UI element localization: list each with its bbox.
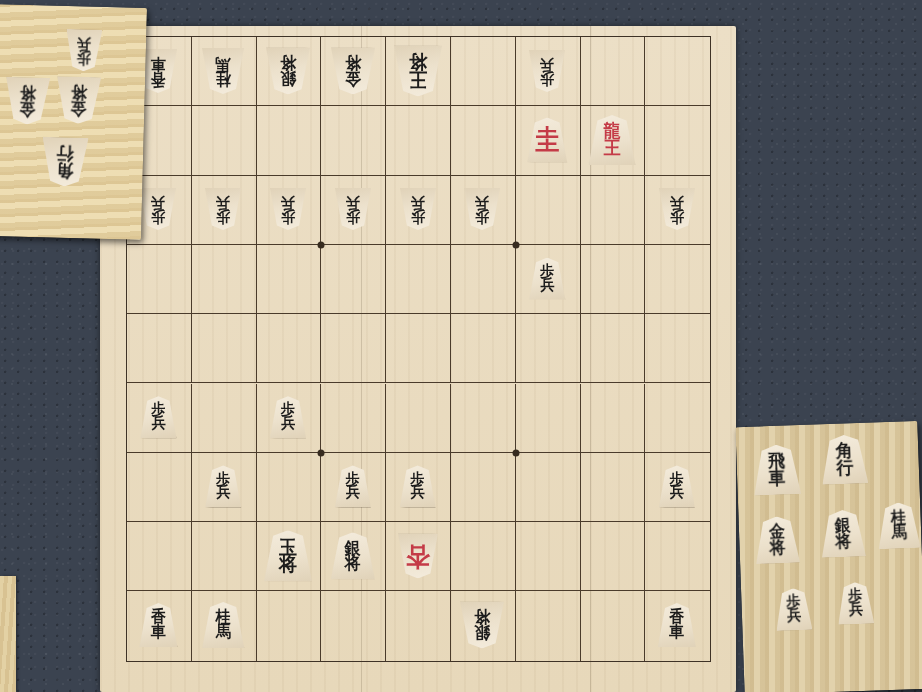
board-cell[interactable]: [581, 591, 646, 660]
board-cell[interactable]: [386, 314, 451, 383]
star-point: [318, 449, 325, 456]
board-cell[interactable]: [192, 314, 257, 383]
piece-kanji: 兵: [787, 609, 802, 624]
board-cell[interactable]: [451, 106, 516, 175]
board-cell[interactable]: [581, 176, 646, 245]
board-cell[interactable]: [127, 245, 192, 314]
board-cell[interactable]: [516, 522, 581, 591]
piece-kanji: 兵: [411, 486, 425, 501]
board-cell[interactable]: [257, 106, 322, 175]
piece-kanji: 将: [409, 52, 427, 71]
board-cell[interactable]: [127, 453, 192, 522]
shogi-piece-rook-sente[interactable]: 飛車: [753, 444, 802, 496]
piece-kanji: 車: [151, 624, 166, 640]
board-cell[interactable]: [645, 37, 710, 106]
piece-kanji: 兵: [216, 486, 230, 501]
piece-kanji: 将: [769, 539, 786, 556]
piece-kanji: 兵: [670, 486, 684, 501]
piece-kanji: 将: [345, 54, 361, 71]
board-cell[interactable]: [451, 245, 516, 314]
shogi-piece-gold-gote[interactable]: 金将: [56, 76, 101, 124]
board-cell[interactable]: [516, 314, 581, 383]
piece-kanji: 兵: [540, 56, 554, 71]
board-cell[interactable]: [451, 453, 516, 522]
board-cell[interactable]: [192, 522, 257, 591]
board-cell[interactable]: [257, 453, 322, 522]
piece-kanji: 圭: [535, 127, 559, 152]
piece-kanji: 兵: [281, 417, 295, 432]
piece-kanji: 行: [836, 459, 854, 478]
board-cell[interactable]: [645, 245, 710, 314]
board-cell[interactable]: [516, 176, 581, 245]
komadai-sente-captured-stand: 飛車角行金将銀将桂馬歩兵歩兵: [735, 421, 922, 692]
board-cell[interactable]: [451, 522, 516, 591]
piece-kanji: 兵: [411, 195, 425, 210]
board-cell[interactable]: [386, 384, 451, 453]
shogi-piece-bishop-sente[interactable]: 角行: [821, 434, 869, 485]
board-cell[interactable]: [645, 522, 710, 591]
star-point: [512, 241, 519, 248]
board-cell[interactable]: [581, 384, 646, 453]
board-cell[interactable]: [516, 384, 581, 453]
board-cell[interactable]: [581, 245, 646, 314]
photo-background: { "game": "shogi", "scene": "overhead ph…: [0, 0, 922, 692]
piece-kanji: 王: [604, 139, 621, 157]
piece-kanji: 杏: [406, 543, 430, 568]
shogi-piece-gold-gote[interactable]: 金将: [5, 77, 50, 125]
star-point: [318, 241, 325, 248]
piece-kanji: 将: [20, 84, 36, 101]
board-cell[interactable]: [321, 384, 386, 453]
piece-kanji: 車: [669, 624, 684, 640]
piece-kanji: 行: [56, 144, 73, 162]
board-cell[interactable]: [321, 591, 386, 660]
board-cell[interactable]: [127, 314, 192, 383]
komadai-gote-captured-stand: 歩兵金将金将角行: [0, 4, 147, 240]
piece-kanji: 将: [279, 555, 297, 574]
board-cell[interactable]: [127, 522, 192, 591]
board-cell[interactable]: [321, 106, 386, 175]
star-point: [512, 449, 519, 456]
board-cell[interactable]: [581, 522, 646, 591]
board-cell[interactable]: [516, 453, 581, 522]
piece-kanji: 将: [835, 533, 852, 550]
board-cell[interactable]: [581, 37, 646, 106]
board-cell[interactable]: [645, 314, 710, 383]
board-cell[interactable]: [192, 106, 257, 175]
piece-kanji: 馬: [216, 624, 231, 640]
board-cell[interactable]: [192, 384, 257, 453]
shogi-board: 香車桂馬銀将金将王将歩兵圭龍王歩兵歩兵歩兵歩兵歩兵歩兵歩兵歩兵歩兵歩兵歩兵歩兵歩…: [100, 26, 736, 692]
piece-kanji: 兵: [216, 195, 230, 210]
piece-kanji: 兵: [151, 417, 165, 432]
piece-kanji: 兵: [346, 195, 360, 210]
piece-kanji: 兵: [475, 195, 489, 210]
board-cell[interactable]: [581, 453, 646, 522]
piece-kanji: 車: [151, 55, 166, 71]
piece-kanji: 馬: [891, 525, 907, 541]
board-cell[interactable]: [257, 591, 322, 660]
piece-kanji: 兵: [281, 195, 295, 210]
board-cell[interactable]: [386, 106, 451, 175]
piece-kanji: 兵: [670, 195, 684, 210]
shogi-piece-pawn-gote[interactable]: 歩兵: [65, 29, 102, 72]
shogi-piece-silver-sente[interactable]: 銀将: [820, 509, 866, 558]
piece-kanji: 兵: [540, 278, 554, 293]
board-cell[interactable]: [581, 314, 646, 383]
board-cell[interactable]: [321, 245, 386, 314]
piece-kanji: 馬: [216, 55, 231, 71]
shogi-piece-pawn-sente[interactable]: 歩兵: [837, 582, 874, 625]
board-cell[interactable]: [386, 591, 451, 660]
board-cell[interactable]: [645, 106, 710, 175]
board-cell[interactable]: [516, 591, 581, 660]
wood-edge-bottom-left: [0, 576, 16, 692]
piece-kanji: 兵: [849, 602, 864, 617]
shogi-piece-pawn-sente[interactable]: 歩兵: [775, 588, 812, 631]
piece-kanji: 将: [345, 555, 361, 572]
board-cell[interactable]: [451, 37, 516, 106]
piece-kanji: 将: [474, 609, 490, 626]
board-cell[interactable]: [451, 384, 516, 453]
piece-kanji: 兵: [346, 486, 360, 501]
piece-kanji: 将: [280, 54, 296, 71]
piece-kanji: 兵: [77, 36, 91, 51]
piece-kanji: 車: [768, 469, 786, 488]
board-cell[interactable]: [386, 245, 451, 314]
shogi-piece-gold-sente[interactable]: 金将: [755, 516, 801, 565]
board-cell[interactable]: [192, 245, 257, 314]
shogi-piece-bishop-gote[interactable]: 角行: [41, 137, 88, 187]
board-cell[interactable]: [451, 314, 516, 383]
shogi-piece-knight-sente[interactable]: 桂馬: [877, 502, 921, 549]
board-cell[interactable]: [645, 384, 710, 453]
board-cell[interactable]: [321, 314, 386, 383]
piece-kanji: 将: [71, 84, 87, 101]
piece-kanji: 兵: [151, 195, 165, 210]
board-cell[interactable]: [257, 314, 322, 383]
board-cell[interactable]: [257, 245, 322, 314]
